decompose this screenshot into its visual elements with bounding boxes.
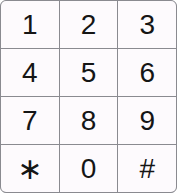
key-6[interactable]: 6 (118, 49, 176, 96)
key-hash[interactable]: # (118, 145, 176, 192)
key-7[interactable]: 7 (1, 97, 59, 144)
key-1[interactable]: 1 (1, 1, 59, 48)
key-star[interactable]: ∗ (1, 145, 59, 192)
key-2[interactable]: 2 (60, 1, 118, 48)
key-4[interactable]: 4 (1, 49, 59, 96)
key-3[interactable]: 3 (118, 1, 176, 48)
dial-pad: 1 2 3 4 5 6 7 8 9 ∗ 0 # (0, 0, 177, 193)
key-0[interactable]: 0 (60, 145, 118, 192)
key-9[interactable]: 9 (118, 97, 176, 144)
key-5[interactable]: 5 (60, 49, 118, 96)
key-8[interactable]: 8 (60, 97, 118, 144)
